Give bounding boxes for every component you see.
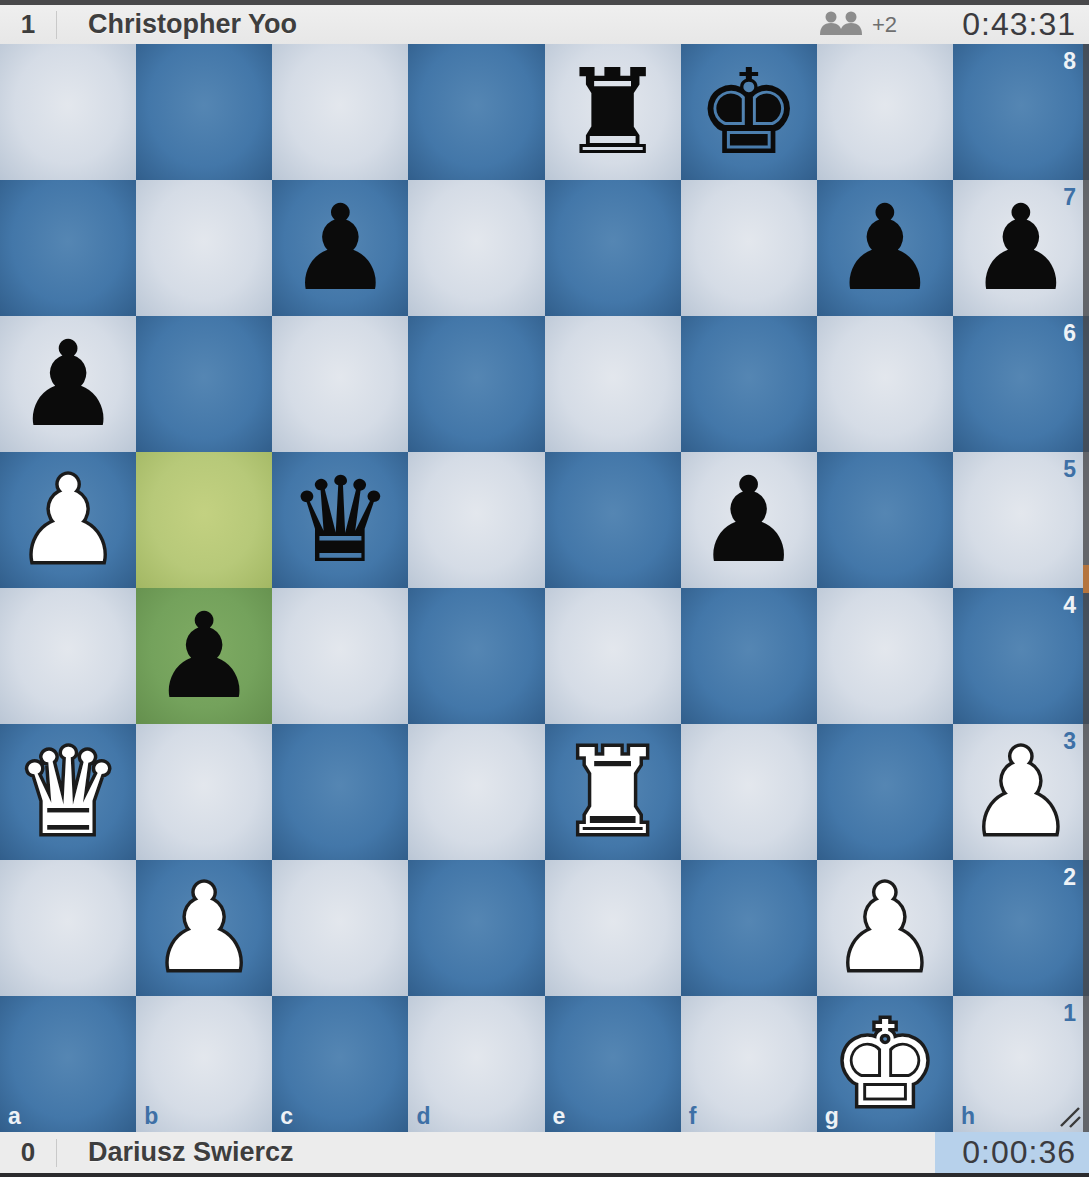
square-f4[interactable] xyxy=(681,588,817,724)
square-e8[interactable]: ♜ xyxy=(545,44,681,180)
file-label-f: f xyxy=(689,1103,697,1130)
window-bottom-edge xyxy=(0,1173,1089,1177)
square-a3[interactable]: ♛ xyxy=(0,724,136,860)
square-b5[interactable] xyxy=(136,452,272,588)
chess-board: ♜♚8♟♟♟7♟6♟♛♟5♟4♛♜♟3♟♟2abcdef♚g1h xyxy=(0,44,1089,1132)
square-f1[interactable]: f xyxy=(681,996,817,1132)
square-e5[interactable] xyxy=(545,452,681,588)
square-c6[interactable] xyxy=(272,316,408,452)
square-c4[interactable] xyxy=(272,588,408,724)
square-c2[interactable] xyxy=(272,860,408,996)
square-b1[interactable]: b xyxy=(136,996,272,1132)
square-g3[interactable] xyxy=(817,724,953,860)
spectators-group: +2 xyxy=(819,11,897,39)
resize-handle-icon[interactable] xyxy=(1055,1102,1081,1128)
bottom-player-score: 0 xyxy=(0,1137,56,1168)
square-d4[interactable] xyxy=(408,588,544,724)
square-c3[interactable] xyxy=(272,724,408,860)
square-h5[interactable]: 5 xyxy=(953,452,1089,588)
square-f3[interactable] xyxy=(681,724,817,860)
white-pawn-a5: ♟ xyxy=(0,452,136,588)
rank-label-4: 4 xyxy=(1063,592,1076,619)
bar-divider xyxy=(56,11,57,39)
top-player-name: Christopher Yoo xyxy=(88,9,297,40)
square-a6[interactable]: ♟ xyxy=(0,316,136,452)
square-h3[interactable]: ♟3 xyxy=(953,724,1089,860)
white-rook-e3: ♜ xyxy=(545,724,681,860)
two-people-icon xyxy=(819,11,865,39)
square-g2[interactable]: ♟ xyxy=(817,860,953,996)
square-g7[interactable]: ♟ xyxy=(817,180,953,316)
square-b3[interactable] xyxy=(136,724,272,860)
square-g6[interactable] xyxy=(817,316,953,452)
file-label-g: g xyxy=(825,1103,839,1130)
bottom-player-bar: 0 Dariusz Swiercz 0:00:36 xyxy=(0,1132,1089,1173)
file-label-a: a xyxy=(8,1103,21,1130)
white-queen-a3: ♛ xyxy=(0,724,136,860)
black-pawn-c7: ♟ xyxy=(272,180,408,316)
square-a4[interactable] xyxy=(0,588,136,724)
top-player-score: 1 xyxy=(0,9,56,40)
rank-label-5: 5 xyxy=(1063,456,1076,483)
square-g1[interactable]: ♚g xyxy=(817,996,953,1132)
rank-label-1: 1 xyxy=(1063,1000,1076,1027)
square-f8[interactable]: ♚ xyxy=(681,44,817,180)
rank-label-3: 3 xyxy=(1063,728,1076,755)
square-d6[interactable] xyxy=(408,316,544,452)
file-label-c: c xyxy=(280,1103,293,1130)
square-h2[interactable]: 2 xyxy=(953,860,1089,996)
file-label-d: d xyxy=(416,1103,430,1130)
square-h7[interactable]: ♟7 xyxy=(953,180,1089,316)
bar-divider xyxy=(56,1139,57,1167)
square-d2[interactable] xyxy=(408,860,544,996)
top-clock-box: 0:43:31 xyxy=(935,5,1089,44)
square-g4[interactable] xyxy=(817,588,953,724)
square-d3[interactable] xyxy=(408,724,544,860)
square-f2[interactable] xyxy=(681,860,817,996)
square-f7[interactable] xyxy=(681,180,817,316)
square-d1[interactable]: d xyxy=(408,996,544,1132)
square-a1[interactable]: a xyxy=(0,996,136,1132)
square-c7[interactable]: ♟ xyxy=(272,180,408,316)
square-e3[interactable]: ♜ xyxy=(545,724,681,860)
square-b2[interactable]: ♟ xyxy=(136,860,272,996)
top-player-bar: 1 Christopher Yoo +2 0:43:31 xyxy=(0,5,1089,44)
bottom-clock-box-active: 0:00:36 xyxy=(935,1132,1089,1173)
white-pawn-b2: ♟ xyxy=(136,860,272,996)
black-pawn-b4: ♟ xyxy=(136,588,272,724)
square-h8[interactable]: 8 xyxy=(953,44,1089,180)
square-h6[interactable]: 6 xyxy=(953,316,1089,452)
square-e6[interactable] xyxy=(545,316,681,452)
square-d8[interactable] xyxy=(408,44,544,180)
black-pawn-g7: ♟ xyxy=(817,180,953,316)
square-d7[interactable] xyxy=(408,180,544,316)
black-rook-e8: ♜ xyxy=(545,44,681,180)
square-e1[interactable]: e xyxy=(545,996,681,1132)
square-f6[interactable] xyxy=(681,316,817,452)
square-a8[interactable] xyxy=(0,44,136,180)
square-g5[interactable] xyxy=(817,452,953,588)
rank-label-7: 7 xyxy=(1063,184,1076,211)
square-e2[interactable] xyxy=(545,860,681,996)
black-queen-c5: ♛ xyxy=(272,452,408,588)
square-c5[interactable]: ♛ xyxy=(272,452,408,588)
board-scrollbar-orange-indicator[interactable] xyxy=(1083,565,1089,593)
square-a5[interactable]: ♟ xyxy=(0,452,136,588)
file-label-b: b xyxy=(144,1103,158,1130)
file-label-e: e xyxy=(553,1103,566,1130)
square-g8[interactable] xyxy=(817,44,953,180)
square-a2[interactable] xyxy=(0,860,136,996)
spectator-count: +2 xyxy=(872,12,897,38)
white-pawn-g2: ♟ xyxy=(817,860,953,996)
file-label-h: h xyxy=(961,1103,975,1130)
black-king-f8: ♚ xyxy=(681,44,817,180)
square-f5[interactable]: ♟ xyxy=(681,452,817,588)
square-b6[interactable] xyxy=(136,316,272,452)
square-d5[interactable] xyxy=(408,452,544,588)
black-pawn-f5: ♟ xyxy=(681,452,817,588)
rank-label-6: 6 xyxy=(1063,320,1076,347)
square-b8[interactable] xyxy=(136,44,272,180)
bottom-player-name: Dariusz Swiercz xyxy=(88,1137,294,1168)
square-b7[interactable] xyxy=(136,180,272,316)
square-h4[interactable]: 4 xyxy=(953,588,1089,724)
rank-label-8: 8 xyxy=(1063,48,1076,75)
bottom-player-clock: 0:00:36 xyxy=(962,1134,1089,1171)
rank-label-2: 2 xyxy=(1063,864,1076,891)
top-player-clock: 0:43:31 xyxy=(962,6,1089,43)
board-scrollbar-track[interactable] xyxy=(1083,44,1089,1132)
square-c1[interactable]: c xyxy=(272,996,408,1132)
square-e4[interactable] xyxy=(545,588,681,724)
black-pawn-a6: ♟ xyxy=(0,316,136,452)
square-e7[interactable] xyxy=(545,180,681,316)
square-a7[interactable] xyxy=(0,180,136,316)
square-c8[interactable] xyxy=(272,44,408,180)
square-b4[interactable]: ♟ xyxy=(136,588,272,724)
